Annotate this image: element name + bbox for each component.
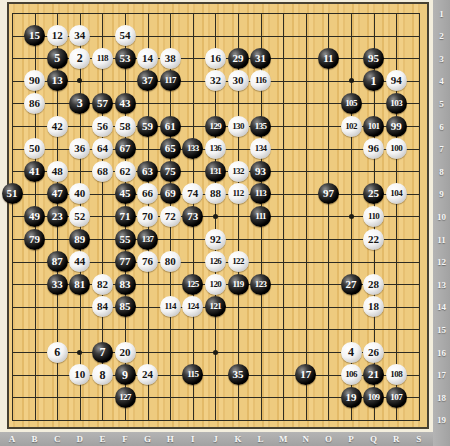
col-label-K: K <box>231 434 245 444</box>
stone-122[interactable]: 122 <box>228 251 249 272</box>
col-label-E: E <box>95 434 109 444</box>
stone-118[interactable]: 118 <box>92 48 113 69</box>
stone-100[interactable]: 100 <box>386 138 407 159</box>
stone-119[interactable]: 119 <box>228 274 249 295</box>
stone-111[interactable]: 111 <box>250 206 271 227</box>
column-labels-bar: ABCDEFGHIJKLMNOPQRS <box>0 432 450 446</box>
stone-94[interactable]: 94 <box>386 70 407 91</box>
stone-22[interactable]: 22 <box>363 229 384 250</box>
stone-85[interactable]: 85 <box>115 296 136 317</box>
stone-64[interactable]: 64 <box>92 138 113 159</box>
grid-vline <box>283 13 284 421</box>
col-label-H: H <box>163 434 177 444</box>
stone-102[interactable]: 102 <box>341 116 362 137</box>
stone-19[interactable]: 19 <box>341 387 362 408</box>
stone-81[interactable]: 81 <box>69 274 90 295</box>
stone-83[interactable]: 83 <box>115 274 136 295</box>
stone-51[interactable]: 51 <box>2 183 23 204</box>
stone-117[interactable]: 117 <box>160 70 181 91</box>
col-label-O: O <box>321 434 335 444</box>
stone-67[interactable]: 67 <box>115 138 136 159</box>
row-labels-bar: 12345678910111213141516171819 <box>433 0 450 446</box>
star-point <box>213 350 218 355</box>
grid-hline <box>12 329 420 330</box>
stone-55[interactable]: 55 <box>115 229 136 250</box>
stone-123[interactable]: 123 <box>250 274 271 295</box>
stone-53[interactable]: 53 <box>115 48 136 69</box>
stone-137[interactable]: 137 <box>137 229 158 250</box>
stone-5[interactable]: 5 <box>47 48 68 69</box>
stone-27[interactable]: 27 <box>341 274 362 295</box>
col-label-C: C <box>50 434 64 444</box>
star-point <box>77 350 82 355</box>
row-label-14: 14 <box>434 302 449 312</box>
stone-47[interactable]: 47 <box>47 183 68 204</box>
star-point <box>349 214 354 219</box>
stone-68[interactable]: 68 <box>92 161 113 182</box>
stone-14[interactable]: 14 <box>137 48 158 69</box>
stone-26[interactable]: 26 <box>363 342 384 363</box>
stone-45[interactable]: 45 <box>115 183 136 204</box>
grid-hline <box>12 420 420 421</box>
stone-62[interactable]: 62 <box>115 161 136 182</box>
col-label-I: I <box>186 434 200 444</box>
stone-129[interactable]: 129 <box>205 116 226 137</box>
stone-65[interactable]: 65 <box>160 138 181 159</box>
stone-136[interactable]: 136 <box>205 138 226 159</box>
stone-126[interactable]: 126 <box>205 251 226 272</box>
col-label-J: J <box>208 434 222 444</box>
star-point <box>213 214 218 219</box>
stone-106[interactable]: 106 <box>341 364 362 385</box>
col-label-Q: Q <box>367 434 381 444</box>
stone-127[interactable]: 127 <box>115 387 136 408</box>
stone-35[interactable]: 35 <box>228 364 249 385</box>
row-label-9: 9 <box>434 189 449 199</box>
stone-71[interactable]: 71 <box>115 206 136 227</box>
stone-6[interactable]: 6 <box>47 342 68 363</box>
stone-92[interactable]: 92 <box>205 229 226 250</box>
row-label-15: 15 <box>434 325 449 335</box>
row-label-10: 10 <box>434 212 449 222</box>
col-label-G: G <box>141 434 155 444</box>
stone-70[interactable]: 70 <box>137 206 158 227</box>
stone-13[interactable]: 13 <box>47 70 68 91</box>
stone-87[interactable]: 87 <box>47 251 68 272</box>
stone-125[interactable]: 125 <box>182 274 203 295</box>
row-label-2: 2 <box>434 31 449 41</box>
stone-120[interactable]: 120 <box>205 274 226 295</box>
stone-109[interactable]: 109 <box>363 387 384 408</box>
stone-131[interactable]: 131 <box>205 161 226 182</box>
stone-112[interactable]: 112 <box>228 183 249 204</box>
stone-54[interactable]: 54 <box>115 25 136 46</box>
stone-89[interactable]: 89 <box>69 229 90 250</box>
grid-vline <box>306 13 307 421</box>
stone-12[interactable]: 12 <box>47 25 68 46</box>
stone-42[interactable]: 42 <box>47 116 68 137</box>
col-label-F: F <box>118 434 132 444</box>
row-label-7: 7 <box>434 144 449 154</box>
col-label-N: N <box>299 434 313 444</box>
go-game-record-screen: ABCDEFGHIJKLMNOPQRS 12345678910111213141… <box>0 0 450 446</box>
stone-63[interactable]: 63 <box>137 161 158 182</box>
col-label-L: L <box>254 434 268 444</box>
stone-16[interactable]: 16 <box>205 48 226 69</box>
stone-72[interactable]: 72 <box>160 206 181 227</box>
stone-110[interactable]: 110 <box>363 206 384 227</box>
stone-57[interactable]: 57 <box>92 93 113 114</box>
stone-135[interactable]: 135 <box>250 116 271 137</box>
stone-41[interactable]: 41 <box>24 161 45 182</box>
stone-114[interactable]: 114 <box>160 296 181 317</box>
stone-59[interactable]: 59 <box>137 116 158 137</box>
stone-38[interactable]: 38 <box>160 48 181 69</box>
stone-30[interactable]: 30 <box>228 70 249 91</box>
stone-79[interactable]: 79 <box>24 229 45 250</box>
stone-132[interactable]: 132 <box>228 161 249 182</box>
stone-104[interactable]: 104 <box>386 183 407 204</box>
stone-33[interactable]: 33 <box>47 274 68 295</box>
stone-23[interactable]: 23 <box>47 206 68 227</box>
stone-2[interactable]: 2 <box>69 48 90 69</box>
stone-58[interactable]: 58 <box>115 116 136 137</box>
stone-105[interactable]: 105 <box>341 93 362 114</box>
col-label-B: B <box>28 434 42 444</box>
stone-101[interactable]: 101 <box>363 116 384 137</box>
stone-43[interactable]: 43 <box>115 93 136 114</box>
stone-28[interactable]: 28 <box>363 274 384 295</box>
row-label-5: 5 <box>434 99 449 109</box>
row-label-3: 3 <box>434 54 449 64</box>
stone-56[interactable]: 56 <box>92 116 113 137</box>
stone-103[interactable]: 103 <box>386 93 407 114</box>
grid-vline <box>419 13 420 421</box>
stone-31[interactable]: 31 <box>250 48 271 69</box>
star-point <box>77 78 82 83</box>
row-label-18: 18 <box>434 393 449 403</box>
stone-9[interactable]: 9 <box>115 364 136 385</box>
stone-86[interactable]: 86 <box>24 93 45 114</box>
stone-29[interactable]: 29 <box>228 48 249 69</box>
col-label-P: P <box>344 434 358 444</box>
stone-11[interactable]: 11 <box>318 48 339 69</box>
stone-48[interactable]: 48 <box>47 161 68 182</box>
stone-61[interactable]: 61 <box>160 116 181 137</box>
row-label-8: 8 <box>434 167 449 177</box>
col-label-A: A <box>5 434 19 444</box>
stone-20[interactable]: 20 <box>115 342 136 363</box>
col-label-D: D <box>73 434 87 444</box>
row-label-17: 17 <box>434 370 449 380</box>
stone-107[interactable]: 107 <box>386 387 407 408</box>
col-label-R: R <box>389 434 403 444</box>
row-label-12: 12 <box>434 257 449 267</box>
grid-vline <box>328 13 329 421</box>
stone-82[interactable]: 82 <box>92 274 113 295</box>
stone-7[interactable]: 7 <box>92 342 113 363</box>
stone-49[interactable]: 49 <box>24 206 45 227</box>
row-label-13: 13 <box>434 280 449 290</box>
stone-77[interactable]: 77 <box>115 251 136 272</box>
row-label-11: 11 <box>434 235 449 245</box>
stone-8[interactable]: 8 <box>92 364 113 385</box>
stone-93[interactable]: 93 <box>250 161 271 182</box>
stone-108[interactable]: 108 <box>386 364 407 385</box>
stone-95[interactable]: 95 <box>363 48 384 69</box>
row-label-19: 19 <box>434 415 449 425</box>
stone-75[interactable]: 75 <box>160 161 181 182</box>
col-label-S: S <box>412 434 426 444</box>
stone-80[interactable]: 80 <box>160 251 181 272</box>
star-point <box>349 78 354 83</box>
row-label-16: 16 <box>434 348 449 358</box>
row-label-4: 4 <box>434 76 449 86</box>
stone-4[interactable]: 4 <box>341 342 362 363</box>
row-label-6: 6 <box>434 122 449 132</box>
stone-130[interactable]: 130 <box>228 116 249 137</box>
stone-69[interactable]: 69 <box>160 183 181 204</box>
row-label-1: 1 <box>434 9 449 19</box>
stone-99[interactable]: 99 <box>386 116 407 137</box>
col-label-M: M <box>276 434 290 444</box>
